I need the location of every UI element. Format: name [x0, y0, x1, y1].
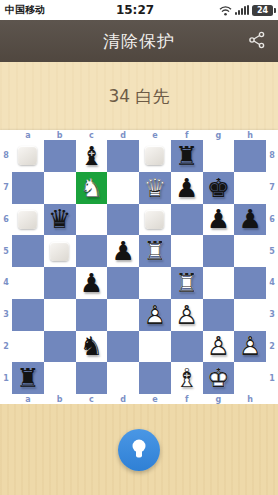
coord-label-c: c: [76, 394, 108, 404]
black-knight[interactable]: ♞: [76, 331, 108, 363]
square-a6[interactable]: [12, 204, 44, 236]
black-queen[interactable]: ♛: [44, 204, 76, 236]
square-b2[interactable]: [44, 331, 76, 363]
wifi-icon: [219, 1, 232, 20]
white-rook-outline: ♖: [139, 235, 171, 267]
square-c5[interactable]: [76, 235, 108, 267]
white-rook-outline: ♖: [171, 267, 203, 299]
board-corner: [266, 394, 278, 404]
square-b4[interactable]: [44, 267, 76, 299]
board-corner: [0, 394, 12, 404]
square-e2[interactable]: [139, 331, 171, 363]
square-g5[interactable]: [203, 235, 235, 267]
square-h4[interactable]: [234, 267, 266, 299]
square-a3[interactable]: [12, 299, 44, 331]
black-bishop[interactable]: ♝: [76, 140, 108, 172]
coord-label-b: b: [44, 394, 76, 404]
coord-label-f: f: [171, 394, 203, 404]
square-b3[interactable]: [44, 299, 76, 331]
coord-label-a: a: [12, 130, 44, 140]
page-title: 清除保护: [103, 30, 175, 53]
chess-board: abcdefgh8♝♜87♞♘♛♕♟♚76♛♟♟65♟♜♖54♟♜♖43♟♙♟♙…: [0, 130, 278, 404]
white-bishop-outline: ♗: [171, 362, 203, 394]
square-d8[interactable]: [107, 140, 139, 172]
square-g6[interactable]: ♟: [203, 204, 235, 236]
square-h8[interactable]: [234, 140, 266, 172]
square-h6[interactable]: ♟: [234, 204, 266, 236]
square-c7[interactable]: ♞♘: [76, 172, 108, 204]
square-d4[interactable]: [107, 267, 139, 299]
square-d3[interactable]: [107, 299, 139, 331]
square-g1[interactable]: ♚♔: [203, 362, 235, 394]
square-c3[interactable]: [76, 299, 108, 331]
battery-percent: 24: [257, 6, 268, 15]
coord-label-5: 5: [266, 235, 278, 267]
square-g4[interactable]: [203, 267, 235, 299]
square-d2[interactable]: [107, 331, 139, 363]
coord-label-f: f: [171, 130, 203, 140]
coord-label-7: 7: [0, 172, 12, 204]
share-button[interactable]: [244, 28, 270, 54]
square-e7[interactable]: ♛♕: [139, 172, 171, 204]
square-g2[interactable]: ♟♙: [203, 331, 235, 363]
board-corner: [266, 130, 278, 140]
square-b1[interactable]: [44, 362, 76, 394]
square-e8[interactable]: [139, 140, 171, 172]
coord-label-h: h: [234, 130, 266, 140]
coord-label-d: d: [107, 394, 139, 404]
battery-icon: 24: [252, 5, 273, 16]
square-f1[interactable]: ♝♗: [171, 362, 203, 394]
square-c4[interactable]: ♟: [76, 267, 108, 299]
white-pawn-outline: ♙: [171, 299, 203, 331]
square-f5[interactable]: [171, 235, 203, 267]
black-pawn[interactable]: ♟: [203, 204, 235, 236]
coord-label-d: d: [107, 130, 139, 140]
coord-label-7: 7: [266, 172, 278, 204]
coord-label-c: c: [76, 130, 108, 140]
square-g3[interactable]: [203, 299, 235, 331]
square-g7[interactable]: ♚: [203, 172, 235, 204]
square-f6[interactable]: [171, 204, 203, 236]
white-knight-outline: ♘: [76, 172, 108, 204]
black-king[interactable]: ♚: [203, 172, 235, 204]
coord-label-e: e: [139, 394, 171, 404]
coord-label-1: 1: [266, 362, 278, 394]
status-icons: 24: [219, 1, 273, 20]
puzzle-number-label: 34 白先: [108, 85, 169, 108]
square-a4[interactable]: [12, 267, 44, 299]
coord-label-5: 5: [0, 235, 12, 267]
clock: 15:27: [17, 3, 219, 17]
square-h1[interactable]: [234, 362, 266, 394]
square-a8[interactable]: [12, 140, 44, 172]
square-c8[interactable]: ♝: [76, 140, 108, 172]
coord-label-g: g: [203, 394, 235, 404]
coord-label-2: 2: [0, 331, 12, 363]
move-hint-marker[interactable]: [18, 146, 37, 165]
puzzle-banner: 34 白先: [0, 62, 278, 130]
square-b5[interactable]: [44, 235, 76, 267]
white-pawn-outline: ♙: [203, 331, 235, 363]
coord-label-2: 2: [266, 331, 278, 363]
square-h2[interactable]: ♟♙: [234, 331, 266, 363]
app-header: 清除保护: [0, 20, 278, 62]
move-hint-marker[interactable]: [18, 210, 37, 229]
coord-label-1: 1: [0, 362, 12, 394]
coord-label-g: g: [203, 130, 235, 140]
square-d5[interactable]: ♟: [107, 235, 139, 267]
square-e3[interactable]: ♟♙: [139, 299, 171, 331]
coord-label-h: h: [234, 394, 266, 404]
square-a1[interactable]: ♜: [12, 362, 44, 394]
coord-label-6: 6: [266, 204, 278, 236]
square-e5[interactable]: ♜♖: [139, 235, 171, 267]
square-f4[interactable]: ♜♖: [171, 267, 203, 299]
square-b8[interactable]: [44, 140, 76, 172]
square-b6[interactable]: ♛: [44, 204, 76, 236]
footer: [0, 404, 278, 495]
square-c1[interactable]: [76, 362, 108, 394]
coord-label-4: 4: [266, 267, 278, 299]
black-pawn[interactable]: ♟: [171, 172, 203, 204]
white-pawn-outline: ♙: [139, 299, 171, 331]
black-rook[interactable]: ♜: [171, 140, 203, 172]
board-corner: [0, 130, 12, 140]
coord-label-8: 8: [0, 140, 12, 172]
move-hint-marker[interactable]: [50, 242, 69, 261]
coord-label-6: 6: [0, 204, 12, 236]
coord-label-e: e: [139, 130, 171, 140]
coord-label-8: 8: [266, 140, 278, 172]
status-bar: 中国移动 15:27 24: [0, 0, 278, 20]
square-f3[interactable]: ♟♙: [171, 299, 203, 331]
square-h5[interactable]: [234, 235, 266, 267]
move-hint-marker[interactable]: [145, 210, 164, 229]
square-d7[interactable]: [107, 172, 139, 204]
square-f8[interactable]: ♜: [171, 140, 203, 172]
square-h7[interactable]: [234, 172, 266, 204]
coord-label-3: 3: [266, 299, 278, 331]
square-h3[interactable]: [234, 299, 266, 331]
square-e1[interactable]: [139, 362, 171, 394]
signal-icon: [235, 5, 249, 15]
square-e6[interactable]: [139, 204, 171, 236]
square-e4[interactable]: [139, 267, 171, 299]
white-queen-outline: ♕: [139, 172, 171, 204]
coord-label-4: 4: [0, 267, 12, 299]
coord-label-a: a: [12, 394, 44, 404]
square-a7[interactable]: [12, 172, 44, 204]
black-pawn[interactable]: ♟: [234, 204, 266, 236]
coord-label-3: 3: [0, 299, 12, 331]
square-c6[interactable]: [76, 204, 108, 236]
square-f2[interactable]: [171, 331, 203, 363]
square-d6[interactable]: [107, 204, 139, 236]
square-f7[interactable]: ♟: [171, 172, 203, 204]
square-a2[interactable]: [12, 331, 44, 363]
black-pawn[interactable]: ♟: [76, 267, 108, 299]
lightbulb-icon: [129, 438, 149, 463]
share-icon: [248, 31, 266, 52]
square-c2[interactable]: ♞: [76, 331, 108, 363]
square-b7[interactable]: [44, 172, 76, 204]
black-pawn[interactable]: ♟: [107, 235, 139, 267]
white-pawn-outline: ♙: [234, 331, 266, 363]
white-king-outline: ♔: [203, 362, 235, 394]
coord-label-b: b: [44, 130, 76, 140]
square-g8[interactable]: [203, 140, 235, 172]
square-a5[interactable]: [12, 235, 44, 267]
black-rook[interactable]: ♜: [12, 362, 44, 394]
move-hint-marker[interactable]: [145, 146, 164, 165]
square-d1[interactable]: [107, 362, 139, 394]
hint-button[interactable]: [118, 429, 160, 471]
